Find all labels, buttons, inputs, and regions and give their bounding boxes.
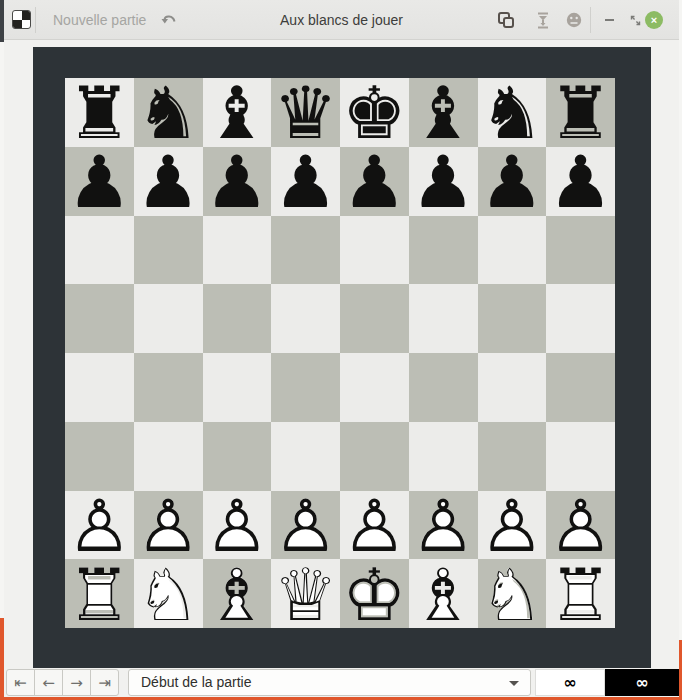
black-pawn: ♟	[342, 146, 407, 218]
previous-move-button[interactable]: ←	[34, 669, 63, 696]
black-rook: ♜	[548, 77, 613, 149]
square-c4[interactable]	[203, 353, 272, 422]
square-g4[interactable]	[478, 353, 547, 422]
square-a8[interactable]: ♜	[65, 78, 134, 147]
square-f4[interactable]	[409, 353, 478, 422]
white-rook: ♜♖	[67, 559, 132, 631]
square-e4[interactable]	[340, 353, 409, 422]
black-pawn: ♟	[411, 146, 476, 218]
square-b1[interactable]: ♞♘	[134, 559, 203, 628]
square-b8[interactable]: ♞	[134, 78, 203, 147]
black-pawn: ♟	[205, 146, 270, 218]
square-f1[interactable]: ♝♗	[409, 559, 478, 628]
white-pawn: ♟♙	[67, 490, 132, 562]
square-c2[interactable]: ♟♙	[203, 491, 272, 560]
white-pawn: ♟♙	[480, 490, 545, 562]
square-f6[interactable]	[409, 216, 478, 285]
white-bishop: ♝♗	[411, 559, 476, 631]
move-history-selected: Début de la partie	[141, 674, 252, 690]
square-e8[interactable]: ♚	[340, 78, 409, 147]
chess-app-window: Nouvelle partie Aux blancs de jouer	[4, 0, 679, 697]
square-b4[interactable]	[134, 353, 203, 422]
square-d3[interactable]	[271, 422, 340, 491]
black-pawn: ♟	[480, 146, 545, 218]
last-move-button[interactable]: ⇥	[90, 669, 119, 696]
square-g1[interactable]: ♞♘	[478, 559, 547, 628]
black-rook: ♜	[67, 77, 132, 149]
black-bishop: ♝	[205, 77, 270, 149]
square-d8[interactable]: ♛	[271, 78, 340, 147]
square-f2[interactable]: ♟♙	[409, 491, 478, 560]
header-separator-right	[590, 7, 591, 33]
square-a7[interactable]: ♟	[65, 147, 134, 216]
square-a5[interactable]	[65, 284, 134, 353]
white-rook: ♜♖	[548, 559, 613, 631]
first-move-button[interactable]: ⇤	[6, 669, 35, 696]
square-h7[interactable]: ♟	[546, 147, 615, 216]
black-pawn: ♟	[273, 146, 338, 218]
black-knight: ♞	[480, 77, 545, 149]
square-a2[interactable]: ♟♙	[65, 491, 134, 560]
square-a4[interactable]	[65, 353, 134, 422]
white-pawn: ♟♙	[273, 490, 338, 562]
square-d2[interactable]: ♟♙	[271, 491, 340, 560]
white-pawn: ♟♙	[205, 490, 270, 562]
square-a3[interactable]	[65, 422, 134, 491]
restore-icon[interactable]	[626, 11, 644, 29]
square-h5[interactable]	[546, 284, 615, 353]
square-h4[interactable]	[546, 353, 615, 422]
square-b6[interactable]	[134, 216, 203, 285]
square-h8[interactable]: ♜	[546, 78, 615, 147]
copy-windows-icon[interactable]	[497, 11, 515, 29]
square-e5[interactable]	[340, 284, 409, 353]
square-b5[interactable]	[134, 284, 203, 353]
headerbar: Nouvelle partie Aux blancs de jouer	[4, 0, 679, 40]
square-g6[interactable]	[478, 216, 547, 285]
square-d5[interactable]	[271, 284, 340, 353]
square-c7[interactable]: ♟	[203, 147, 272, 216]
square-c5[interactable]	[203, 284, 272, 353]
black-pawn: ♟	[136, 146, 201, 218]
next-move-button[interactable]: →	[62, 669, 91, 696]
square-a6[interactable]	[65, 216, 134, 285]
square-e7[interactable]: ♟	[340, 147, 409, 216]
move-history-dropdown[interactable]: Début de la partie	[128, 669, 531, 696]
board-frame: ♜♞♝♛♚♝♞♜♟♟♟♟♟♟♟♟♟♙♟♙♟♙♟♙♟♙♟♙♟♙♟♙♜♖♞♘♝♗♛♕…	[33, 47, 651, 668]
square-g2[interactable]: ♟♙	[478, 491, 547, 560]
square-f3[interactable]	[409, 422, 478, 491]
hourglass-pause-icon[interactable]	[534, 11, 552, 29]
square-c6[interactable]	[203, 216, 272, 285]
square-e2[interactable]: ♟♙	[340, 491, 409, 560]
white-queen: ♛♕	[273, 559, 338, 631]
square-d4[interactable]	[271, 353, 340, 422]
black-king: ♚	[342, 77, 407, 149]
black-pawn: ♟	[548, 146, 613, 218]
square-g7[interactable]: ♟	[478, 147, 547, 216]
square-g5[interactable]	[478, 284, 547, 353]
square-e6[interactable]	[340, 216, 409, 285]
square-c3[interactable]	[203, 422, 272, 491]
square-g3[interactable]	[478, 422, 547, 491]
white-pawn: ♟♙	[342, 490, 407, 562]
white-king: ♚♔	[342, 559, 407, 631]
white-pawn: ♟♙	[411, 490, 476, 562]
black-knight: ♞	[136, 77, 201, 149]
chess-board: ♜♞♝♛♚♝♞♜♟♟♟♟♟♟♟♟♟♙♟♙♟♙♟♙♟♙♟♙♟♙♟♙♜♖♞♘♝♗♛♕…	[65, 78, 615, 628]
square-h1[interactable]: ♜♖	[546, 559, 615, 628]
face-resign-icon[interactable]	[565, 11, 583, 29]
black-bishop: ♝	[411, 77, 476, 149]
square-h3[interactable]	[546, 422, 615, 491]
white-bishop: ♝♗	[205, 559, 270, 631]
square-c8[interactable]: ♝	[203, 78, 272, 147]
close-icon[interactable]: ×	[645, 11, 663, 29]
minimize-icon[interactable]	[600, 11, 618, 29]
black-pawn: ♟	[67, 146, 132, 218]
bottom-bar: ⇤ ← → ⇥ Début de la partie ∞ ∞	[4, 668, 679, 697]
black-queen: ♛	[273, 77, 338, 149]
square-b2[interactable]: ♟♙	[134, 491, 203, 560]
square-f8[interactable]: ♝	[409, 78, 478, 147]
square-b3[interactable]	[134, 422, 203, 491]
square-d6[interactable]	[271, 216, 340, 285]
square-f5[interactable]	[409, 284, 478, 353]
chevron-down-icon	[509, 681, 519, 686]
square-c1[interactable]: ♝♗	[203, 559, 272, 628]
square-d7[interactable]: ♟	[271, 147, 340, 216]
white-knight: ♞♘	[480, 559, 545, 631]
white-pawn: ♟♙	[548, 490, 613, 562]
move-navigation-group: ⇤ ← → ⇥	[6, 669, 119, 696]
black-clock: ∞	[605, 669, 679, 696]
white-clock: ∞	[535, 669, 605, 696]
square-h2[interactable]: ♟♙	[546, 491, 615, 560]
square-a1[interactable]: ♜♖	[65, 559, 134, 628]
square-e3[interactable]	[340, 422, 409, 491]
white-pawn: ♟♙	[136, 490, 201, 562]
square-h6[interactable]	[546, 216, 615, 285]
square-e1[interactable]: ♚♔	[340, 559, 409, 628]
square-f7[interactable]: ♟	[409, 147, 478, 216]
square-d1[interactable]: ♛♕	[271, 559, 340, 628]
square-g8[interactable]: ♞	[478, 78, 547, 147]
white-knight: ♞♘	[136, 559, 201, 631]
square-b7[interactable]: ♟	[134, 147, 203, 216]
